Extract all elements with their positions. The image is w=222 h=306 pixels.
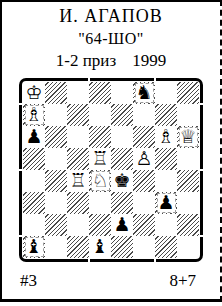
square-f6 (133, 126, 155, 148)
square-g4 (155, 170, 177, 192)
square-f5: ♙ (133, 148, 155, 170)
white-p-piece: ♙ (135, 149, 152, 168)
square-f1 (133, 236, 155, 258)
black-b-piece: ♝ (91, 237, 108, 256)
black-k-piece: ♚ (113, 171, 130, 190)
problem-card: И. АГАПОВ "64-ШО" 1-2 приз 1999 ♔♞♗♟♗♕♖♙… (0, 0, 222, 302)
square-h2 (177, 214, 199, 236)
square-h1 (177, 236, 199, 258)
square-a7: ♗ (23, 104, 45, 126)
square-b8 (45, 82, 67, 104)
square-g7 (155, 104, 177, 126)
year-text: 1999 (132, 51, 166, 71)
square-a3 (23, 192, 45, 214)
square-a1: ♝ (23, 236, 45, 258)
frame-seam (154, 78, 156, 81)
square-g3: ♟ (155, 192, 177, 214)
square-g2 (155, 214, 177, 236)
square-h4 (177, 170, 199, 192)
square-a4 (23, 170, 45, 192)
square-h3 (177, 192, 199, 214)
square-g6: ♗ (155, 126, 177, 148)
square-d3 (89, 192, 111, 214)
award-line: 1-2 приз 1999 (2, 51, 220, 71)
square-c4: ♖ (67, 170, 89, 192)
square-d8 (89, 82, 111, 104)
square-g5 (155, 148, 177, 170)
black-p-piece: ♟ (113, 215, 130, 234)
square-b6 (45, 126, 67, 148)
white-b-piece: ♗ (25, 105, 42, 124)
square-b5 (45, 148, 67, 170)
problem-header: И. АГАПОВ "64-ШО" 1-2 приз 1999 (2, 2, 220, 71)
problem-caption: #3 8+7 (2, 271, 220, 291)
square-c2 (67, 214, 89, 236)
material-count: 8+7 (169, 271, 196, 291)
square-c7 (67, 104, 89, 126)
award-text: 1-2 приз (56, 51, 116, 71)
frame-seam (19, 103, 22, 105)
square-a2 (23, 214, 45, 236)
piece-halo: ♘ (91, 171, 110, 191)
white-r-piece: ♖ (91, 149, 108, 168)
square-f7 (133, 104, 155, 126)
frame-seam (88, 259, 90, 262)
square-e2: ♟ (111, 214, 133, 236)
author-name: И. АГАПОВ (2, 6, 220, 27)
square-c6 (67, 126, 89, 148)
black-p-piece: ♟ (25, 127, 42, 146)
chess-board-frame: ♔♞♗♟♗♕♖♙♖♘♚♟♟♝♝ (19, 78, 203, 262)
square-g1 (155, 236, 177, 258)
frame-seam (19, 169, 22, 171)
square-b2 (45, 214, 67, 236)
piece-halo: ♕ (179, 127, 198, 147)
square-e3 (111, 192, 133, 214)
black-n-piece: ♞ (135, 83, 152, 102)
piece-halo: ♗ (25, 105, 44, 125)
white-r-piece: ♖ (69, 171, 86, 190)
square-d1: ♝ (89, 236, 111, 258)
piece-halo: ♝ (25, 237, 44, 257)
square-h7 (177, 104, 199, 126)
square-b7 (45, 104, 67, 126)
square-f2 (133, 214, 155, 236)
square-e5 (111, 148, 133, 170)
square-b3 (45, 192, 67, 214)
frame-seam (200, 169, 203, 171)
square-c1 (67, 236, 89, 258)
square-d5: ♖ (89, 148, 111, 170)
white-b-piece: ♗ (157, 127, 174, 146)
square-d7 (89, 104, 111, 126)
square-e6 (111, 126, 133, 148)
black-b-piece: ♝ (25, 237, 42, 256)
square-b1 (45, 236, 67, 258)
square-d6 (89, 126, 111, 148)
frame-seam (88, 78, 90, 81)
frame-seam (19, 235, 22, 237)
square-d2 (89, 214, 111, 236)
square-e1 (111, 236, 133, 258)
piece-halo: ♞ (135, 83, 154, 103)
square-f8: ♞ (133, 82, 155, 104)
square-e4: ♚ (111, 170, 133, 192)
source-name: "64-ШО" (2, 30, 220, 48)
square-f4 (133, 170, 155, 192)
white-n-piece: ♘ (91, 171, 108, 190)
square-h6: ♕ (177, 126, 199, 148)
square-h8 (177, 82, 199, 104)
square-f3 (133, 192, 155, 214)
square-e7 (111, 104, 133, 126)
chess-board: ♔♞♗♟♗♕♖♙♖♘♚♟♟♝♝ (23, 82, 199, 258)
piece-halo: ♟ (157, 193, 176, 213)
square-a8: ♔ (23, 82, 45, 104)
square-e8 (111, 82, 133, 104)
square-h5 (177, 148, 199, 170)
stipulation: #3 (20, 271, 37, 291)
square-g8 (155, 82, 177, 104)
square-b4 (45, 170, 67, 192)
square-c5 (67, 148, 89, 170)
square-d4: ♘ (89, 170, 111, 192)
white-q-piece: ♕ (179, 127, 196, 146)
white-k-piece: ♔ (25, 83, 42, 102)
square-a6: ♟ (23, 126, 45, 148)
square-c3 (67, 192, 89, 214)
square-c8 (67, 82, 89, 104)
square-a5 (23, 148, 45, 170)
black-p-piece: ♟ (157, 193, 174, 212)
frame-seam (200, 103, 203, 105)
frame-seam (200, 235, 203, 237)
frame-seam (154, 259, 156, 262)
